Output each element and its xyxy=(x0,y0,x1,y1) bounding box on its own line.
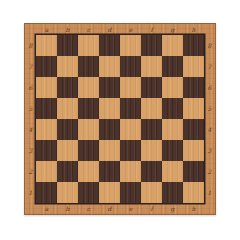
square-e8[interactable] xyxy=(120,35,141,56)
square-c7[interactable] xyxy=(78,56,99,77)
square-g2[interactable] xyxy=(162,161,183,182)
square-g5[interactable] xyxy=(162,98,183,119)
file-label-b: b xyxy=(57,24,78,35)
square-a5[interactable] xyxy=(36,98,57,119)
rank-labels-left: 87654321 xyxy=(25,35,36,203)
square-e5[interactable] xyxy=(120,98,141,119)
square-f5[interactable] xyxy=(141,98,162,119)
file-label-f: f xyxy=(141,24,162,35)
page-background: abcdefgh abcdefgh 87654321 87654321 xyxy=(0,0,240,240)
square-b8[interactable] xyxy=(57,35,78,56)
square-h4[interactable] xyxy=(183,119,204,140)
rank-label-4: 4 xyxy=(204,119,215,140)
rank-label-2: 2 xyxy=(25,161,36,182)
rank-label-2: 2 xyxy=(204,161,215,182)
chess-board: abcdefgh abcdefgh 87654321 87654321 xyxy=(24,23,216,215)
square-c1[interactable] xyxy=(78,182,99,203)
square-f6[interactable] xyxy=(141,77,162,98)
square-b1[interactable] xyxy=(57,182,78,203)
file-label-f: f xyxy=(141,203,162,214)
square-a8[interactable] xyxy=(36,35,57,56)
square-d7[interactable] xyxy=(99,56,120,77)
file-label-d: d xyxy=(99,24,120,35)
square-b2[interactable] xyxy=(57,161,78,182)
square-f1[interactable] xyxy=(141,182,162,203)
square-c3[interactable] xyxy=(78,140,99,161)
rank-label-4: 4 xyxy=(25,119,36,140)
square-g1[interactable] xyxy=(162,182,183,203)
rank-label-6: 6 xyxy=(25,77,36,98)
square-e3[interactable] xyxy=(120,140,141,161)
square-h7[interactable] xyxy=(183,56,204,77)
square-b6[interactable] xyxy=(57,77,78,98)
square-d3[interactable] xyxy=(99,140,120,161)
square-a6[interactable] xyxy=(36,77,57,98)
square-h6[interactable] xyxy=(183,77,204,98)
rank-label-1: 1 xyxy=(25,182,36,203)
square-a4[interactable] xyxy=(36,119,57,140)
square-a1[interactable] xyxy=(36,182,57,203)
square-c6[interactable] xyxy=(78,77,99,98)
square-f4[interactable] xyxy=(141,119,162,140)
square-c2[interactable] xyxy=(78,161,99,182)
square-g4[interactable] xyxy=(162,119,183,140)
rank-label-7: 7 xyxy=(204,56,215,77)
file-label-g: g xyxy=(162,203,183,214)
square-a3[interactable] xyxy=(36,140,57,161)
rank-label-8: 8 xyxy=(25,35,36,56)
square-b3[interactable] xyxy=(57,140,78,161)
file-label-a: a xyxy=(36,24,57,35)
square-h2[interactable] xyxy=(183,161,204,182)
file-labels-bottom: abcdefgh xyxy=(36,203,204,214)
square-d2[interactable] xyxy=(99,161,120,182)
rank-labels-right: 87654321 xyxy=(204,35,215,203)
square-f8[interactable] xyxy=(141,35,162,56)
file-label-h: h xyxy=(183,203,204,214)
square-c8[interactable] xyxy=(78,35,99,56)
square-d4[interactable] xyxy=(99,119,120,140)
square-c5[interactable] xyxy=(78,98,99,119)
square-f7[interactable] xyxy=(141,56,162,77)
square-h3[interactable] xyxy=(183,140,204,161)
square-d1[interactable] xyxy=(99,182,120,203)
square-b5[interactable] xyxy=(57,98,78,119)
square-a2[interactable] xyxy=(36,161,57,182)
file-label-c: c xyxy=(78,24,99,35)
rank-label-5: 5 xyxy=(204,98,215,119)
square-e7[interactable] xyxy=(120,56,141,77)
file-labels-top: abcdefgh xyxy=(36,24,204,35)
square-h5[interactable] xyxy=(183,98,204,119)
square-c4[interactable] xyxy=(78,119,99,140)
square-h1[interactable] xyxy=(183,182,204,203)
rank-label-5: 5 xyxy=(25,98,36,119)
rank-label-6: 6 xyxy=(204,77,215,98)
file-label-e: e xyxy=(120,24,141,35)
square-e1[interactable] xyxy=(120,182,141,203)
square-g6[interactable] xyxy=(162,77,183,98)
rank-label-3: 3 xyxy=(204,140,215,161)
square-b7[interactable] xyxy=(57,56,78,77)
rank-label-1: 1 xyxy=(204,182,215,203)
square-g8[interactable] xyxy=(162,35,183,56)
rank-label-8: 8 xyxy=(204,35,215,56)
board-grid xyxy=(36,35,204,203)
square-f2[interactable] xyxy=(141,161,162,182)
rank-label-7: 7 xyxy=(25,56,36,77)
file-label-c: c xyxy=(78,203,99,214)
file-label-b: b xyxy=(57,203,78,214)
square-d8[interactable] xyxy=(99,35,120,56)
square-e6[interactable] xyxy=(120,77,141,98)
square-a7[interactable] xyxy=(36,56,57,77)
file-label-d: d xyxy=(99,203,120,214)
file-label-g: g xyxy=(162,24,183,35)
square-e4[interactable] xyxy=(120,119,141,140)
rank-label-3: 3 xyxy=(25,140,36,161)
square-f3[interactable] xyxy=(141,140,162,161)
square-b4[interactable] xyxy=(57,119,78,140)
square-g7[interactable] xyxy=(162,56,183,77)
square-d5[interactable] xyxy=(99,98,120,119)
file-label-a: a xyxy=(36,203,57,214)
file-label-h: h xyxy=(183,24,204,35)
file-label-e: e xyxy=(120,203,141,214)
square-h8[interactable] xyxy=(183,35,204,56)
square-e2[interactable] xyxy=(120,161,141,182)
square-g3[interactable] xyxy=(162,140,183,161)
square-d6[interactable] xyxy=(99,77,120,98)
